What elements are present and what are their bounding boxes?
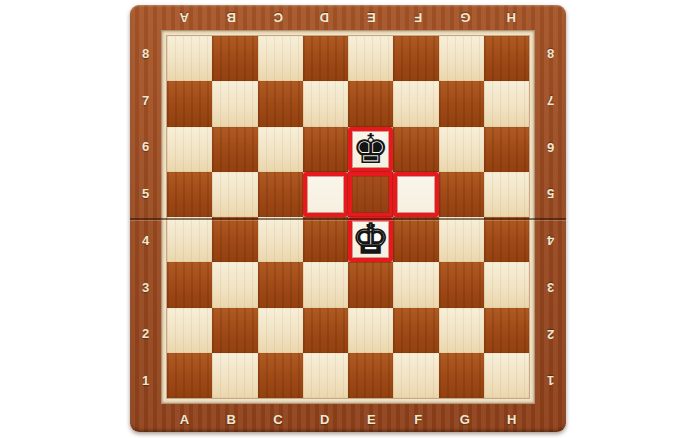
square-c6[interactable]: [258, 127, 303, 172]
white-king[interactable]: ♚: [348, 217, 393, 262]
square-a7[interactable]: [167, 81, 212, 126]
square-e5[interactable]: [348, 172, 393, 217]
square-e6[interactable]: ♚: [348, 127, 393, 172]
square-b4[interactable]: [212, 217, 257, 262]
file-label-bottom-f: F: [395, 412, 442, 427]
file-label-bottom-g: G: [442, 412, 489, 427]
square-e7[interactable]: [348, 81, 393, 126]
rank-label-left-4: 4: [130, 217, 161, 264]
rank-label-left-7: 7: [130, 77, 161, 124]
file-label-top-b: B: [208, 10, 255, 25]
rank-label-right-4: 4: [535, 217, 566, 264]
square-c2[interactable]: [258, 308, 303, 353]
file-label-top-f: F: [395, 10, 442, 25]
rank-label-right-6: 6: [535, 124, 566, 171]
square-f8[interactable]: [393, 36, 438, 81]
rank-label-right-5: 5: [535, 170, 566, 217]
square-f7[interactable]: [393, 81, 438, 126]
square-c8[interactable]: [258, 36, 303, 81]
rank-label-left-8: 8: [130, 30, 161, 77]
square-f3[interactable]: [393, 262, 438, 307]
square-h8[interactable]: [484, 36, 529, 81]
square-f6[interactable]: [393, 127, 438, 172]
file-labels-bottom: ABCDEFGH: [161, 406, 535, 432]
square-g4[interactable]: [439, 217, 484, 262]
square-a4[interactable]: [167, 217, 212, 262]
square-c1[interactable]: [258, 353, 303, 398]
square-b1[interactable]: [212, 353, 257, 398]
square-g8[interactable]: [439, 36, 484, 81]
square-e3[interactable]: [348, 262, 393, 307]
square-c4[interactable]: [258, 217, 303, 262]
square-b2[interactable]: [212, 308, 257, 353]
file-label-bottom-e: E: [348, 412, 395, 427]
square-h5[interactable]: [484, 172, 529, 217]
square-g7[interactable]: [439, 81, 484, 126]
square-d1[interactable]: [303, 353, 348, 398]
square-h1[interactable]: [484, 353, 529, 398]
square-d6[interactable]: [303, 127, 348, 172]
square-a6[interactable]: [167, 127, 212, 172]
file-label-top-a: A: [161, 10, 208, 25]
square-d5[interactable]: [303, 172, 348, 217]
square-a2[interactable]: [167, 308, 212, 353]
rank-label-right-8: 8: [535, 30, 566, 77]
file-label-top-h: H: [488, 10, 535, 25]
square-h4[interactable]: [484, 217, 529, 262]
square-c7[interactable]: [258, 81, 303, 126]
square-a8[interactable]: [167, 36, 212, 81]
square-a1[interactable]: [167, 353, 212, 398]
square-c3[interactable]: [258, 262, 303, 307]
page-background: ABCDEFGH ABCDEFGH 87654321 87654321 ♚♚: [0, 0, 700, 438]
square-h3[interactable]: [484, 262, 529, 307]
rank-label-right-2: 2: [535, 311, 566, 358]
file-label-bottom-c: C: [255, 412, 302, 427]
square-g5[interactable]: [439, 172, 484, 217]
square-e1[interactable]: [348, 353, 393, 398]
square-f2[interactable]: [393, 308, 438, 353]
rank-label-left-6: 6: [130, 124, 161, 171]
square-d8[interactable]: [303, 36, 348, 81]
rank-label-right-1: 1: [535, 357, 566, 404]
rank-label-left-5: 5: [130, 170, 161, 217]
rank-label-left-3: 3: [130, 264, 161, 311]
file-labels-top: ABCDEFGH: [161, 5, 535, 30]
square-b8[interactable]: [212, 36, 257, 81]
square-g1[interactable]: [439, 353, 484, 398]
square-h6[interactable]: [484, 127, 529, 172]
square-e4[interactable]: ♚: [348, 217, 393, 262]
square-b6[interactable]: [212, 127, 257, 172]
chess-board: ABCDEFGH ABCDEFGH 87654321 87654321 ♚♚: [130, 5, 566, 432]
square-d7[interactable]: [303, 81, 348, 126]
square-b3[interactable]: [212, 262, 257, 307]
square-a5[interactable]: [167, 172, 212, 217]
square-d3[interactable]: [303, 262, 348, 307]
file-label-bottom-b: B: [208, 412, 255, 427]
rank-label-left-1: 1: [130, 357, 161, 404]
square-d4[interactable]: [303, 217, 348, 262]
file-label-top-e: E: [348, 10, 395, 25]
square-g2[interactable]: [439, 308, 484, 353]
square-b7[interactable]: [212, 81, 257, 126]
square-g3[interactable]: [439, 262, 484, 307]
square-f4[interactable]: [393, 217, 438, 262]
file-label-bottom-d: D: [301, 412, 348, 427]
square-c5[interactable]: [258, 172, 303, 217]
square-f1[interactable]: [393, 353, 438, 398]
square-g6[interactable]: [439, 127, 484, 172]
file-label-top-g: G: [442, 10, 489, 25]
square-a3[interactable]: [167, 262, 212, 307]
square-b5[interactable]: [212, 172, 257, 217]
rank-label-left-2: 2: [130, 311, 161, 358]
square-e8[interactable]: [348, 36, 393, 81]
square-e2[interactable]: [348, 308, 393, 353]
rank-label-right-7: 7: [535, 77, 566, 124]
square-d2[interactable]: [303, 308, 348, 353]
file-label-top-c: C: [255, 10, 302, 25]
square-f5[interactable]: [393, 172, 438, 217]
square-h7[interactable]: [484, 81, 529, 126]
file-label-top-d: D: [301, 10, 348, 25]
square-h2[interactable]: [484, 308, 529, 353]
black-king[interactable]: ♚: [348, 127, 393, 172]
rank-label-right-3: 3: [535, 264, 566, 311]
file-label-bottom-a: A: [161, 412, 208, 427]
board-fold-seam: [130, 218, 566, 221]
file-label-bottom-h: H: [488, 412, 535, 427]
